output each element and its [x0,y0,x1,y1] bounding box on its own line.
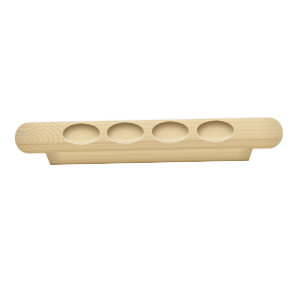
pit-row [15,117,283,123]
mancala-board [14,109,285,171]
pit-3[interactable] [152,121,189,142]
photo-background [0,0,300,300]
pit-2[interactable] [107,122,144,143]
pit-4[interactable] [197,120,234,141]
pit-1[interactable] [63,123,100,144]
